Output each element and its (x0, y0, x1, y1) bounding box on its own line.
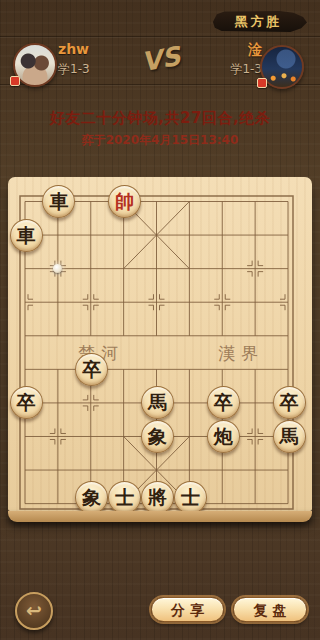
piece-black-0-6: 卒 (10, 386, 43, 419)
right-player-name: 淦 (248, 41, 262, 59)
match-summary: 好友二十分钟场,共27回合,绝杀 (0, 109, 320, 128)
back-button[interactable]: ↩ (15, 592, 53, 630)
left-player-level: 学1-3 (58, 61, 90, 78)
piece-black-8-7: 馬 (273, 420, 306, 453)
river-label-right: 漢界 (218, 343, 264, 363)
piece-red-3-0: 帥 (108, 185, 141, 218)
piece-black-2-5: 卒 (75, 353, 108, 386)
right-player-level: 学1-3 (230, 61, 262, 78)
back-arrow-icon: ↩ (26, 599, 42, 621)
piece-black-5-9: 士 (174, 481, 207, 514)
xiangqi-board: 楚河 漢界 車帥車卒卒馬卒卒象炮馬象士將士 (8, 177, 312, 511)
board-grid: 楚河 漢界 (8, 177, 312, 511)
left-player-name: zhw (58, 41, 89, 57)
review-button[interactable]: 复盘 (233, 597, 307, 622)
piece-black-6-6: 卒 (207, 386, 240, 419)
wood-seam (0, 36, 320, 37)
result-badge: 黑方胜 (210, 11, 307, 32)
piece-black-6-7: 炮 (207, 420, 240, 453)
piece-black-8-6: 卒 (273, 386, 306, 419)
board-bevel (8, 511, 312, 522)
piece-black-4-9: 將 (141, 481, 174, 514)
piece-black-4-7: 象 (141, 420, 174, 453)
share-button[interactable]: 分享 (151, 597, 224, 622)
piece-black-0-1: 車 (10, 219, 43, 252)
match-date: 弈于2020年4月15日13:40 (0, 132, 320, 149)
right-avatar-flag-icon (257, 78, 267, 88)
left-avatar-flag-icon (10, 76, 20, 86)
vs-label: VS (136, 40, 187, 78)
